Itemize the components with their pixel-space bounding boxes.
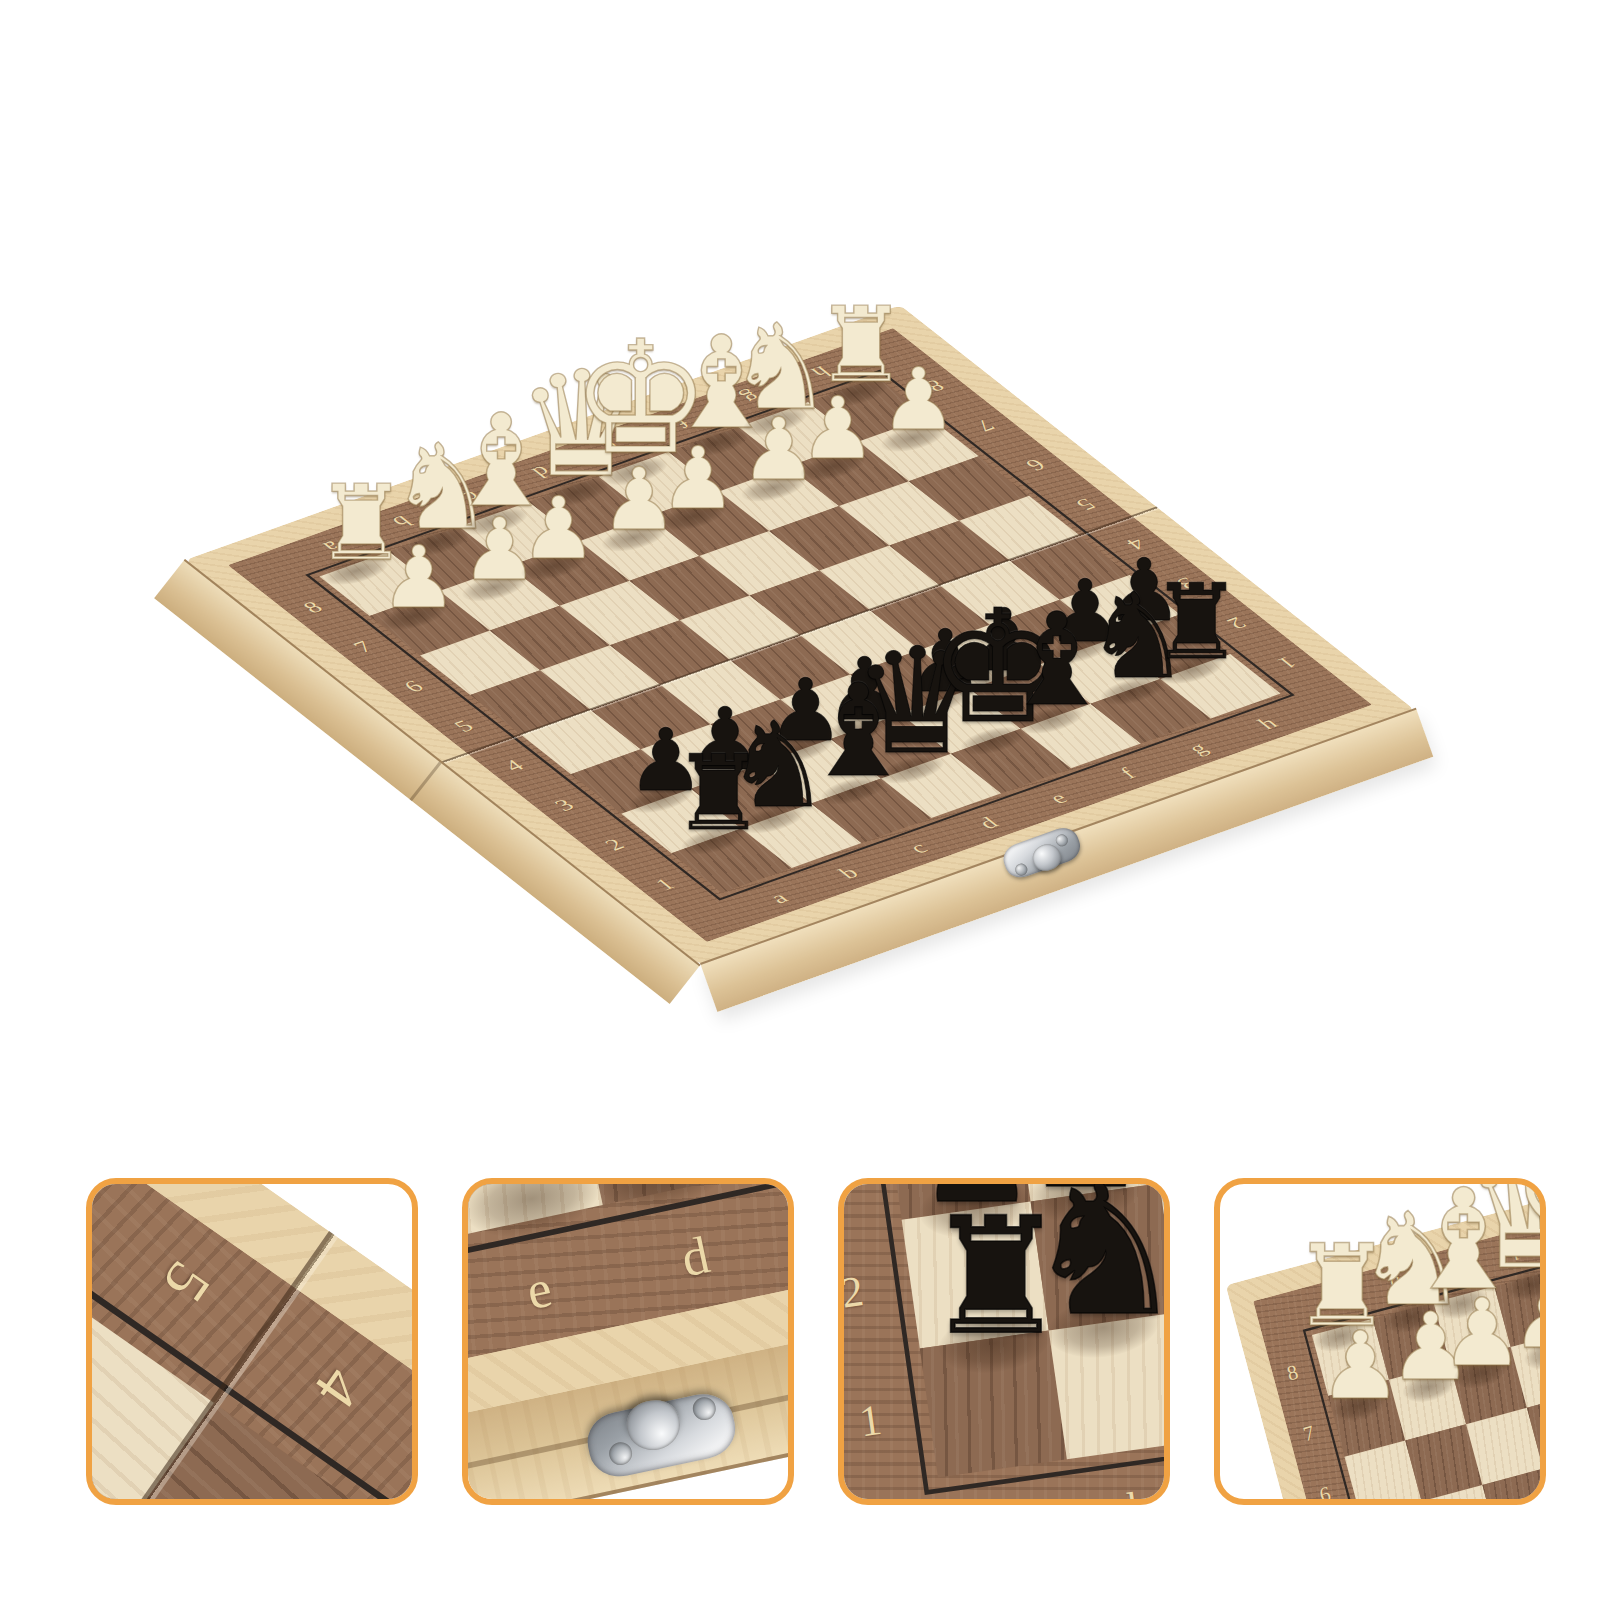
thumbnail-black-pieces-closeup[interactable]: abcdefghabcdefgh8765432187654321♜♞♝♛♚♝♞♜… — [838, 1178, 1170, 1505]
square-c3 — [1141, 1178, 1170, 1183]
fold-seam-side-notch — [409, 761, 441, 801]
chess-board: abcdefghabcdefgh8765432187654321♜♞♝♛♚♝♞♜… — [462, 1178, 794, 1505]
thumbnail-fold-seam-scene: abcdefghabcdefgh8765432187654321♜♞♝♛♚♝♞♜… — [92, 1184, 412, 1499]
square-a2 — [902, 1201, 1049, 1348]
thumbnail-latch-closeup[interactable]: abcdefghabcdefgh8765432187654321♜♞♝♛♚♝♞♜… — [462, 1178, 794, 1505]
thumbnail-black-pieces-scene: abcdefghabcdefgh8765432187654321♜♞♝♛♚♝♞♜… — [844, 1184, 1164, 1499]
file-label-top: e — [1543, 1209, 1546, 1260]
chess-board: abcdefghabcdefgh8765432187654321♜♞♝♛♚♝♞♜… — [86, 1178, 418, 1505]
chess-board: abcdefghabcdefgh8765432187654321♜♞♝♛♚♝♞♜… — [185, 305, 1415, 965]
chess-board: abcdefghabcdefgh8765432187654321♜♞♝♛♚♝♞♜… — [1226, 1178, 1546, 1505]
square-a1 — [920, 1330, 1067, 1477]
thumbnail-latch-scene: abcdefghabcdefgh8765432187654321♜♞♝♛♚♝♞♜… — [468, 1184, 788, 1499]
thumbnail-white-pieces-scene: abcdefghabcdefgh8765432187654321♜♞♝♛♚♝♞♜… — [1220, 1184, 1540, 1499]
latch — [565, 1359, 742, 1493]
chess-board: abcdefghabcdefgh8765432187654321♜♞♝♛♚♝♞♜… — [838, 1178, 1170, 1505]
square-d5 — [1543, 1452, 1546, 1505]
square-a5 — [1361, 1501, 1438, 1505]
square-b1 — [1049, 1312, 1170, 1459]
product-image: abcdefghabcdefgh8765432187654321♜♞♝♛♚♝♞♜… — [0, 0, 1600, 1600]
white-king: ♚ — [462, 1178, 680, 1182]
thumbnail-fold-seam-closeup[interactable]: abcdefghabcdefgh8765432187654321♜♞♝♛♚♝♞♜… — [86, 1178, 418, 1505]
main-photo: abcdefghabcdefgh8765432187654321♜♞♝♛♚♝♞♜… — [0, 0, 1600, 1130]
square-b2 — [1031, 1183, 1170, 1330]
thumbnail-white-pieces-closeup[interactable]: abcdefghabcdefgh8765432187654321♜♞♝♛♚♝♞♜… — [1214, 1178, 1546, 1505]
